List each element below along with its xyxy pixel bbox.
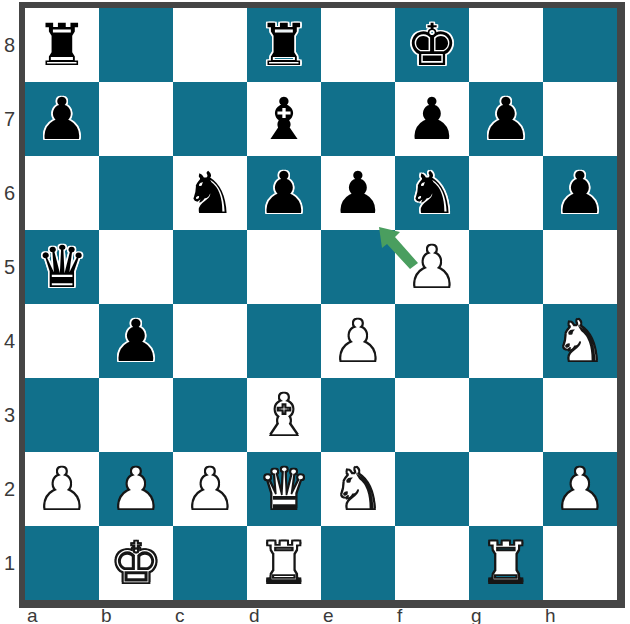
rank-label-4: 4 — [0, 304, 19, 378]
square-c4[interactable] — [173, 304, 247, 378]
piece-black-knight: ♞ — [406, 164, 458, 222]
square-a8[interactable]: ♜ — [25, 8, 99, 82]
file-label-h: h — [543, 608, 617, 624]
square-c2[interactable]: ♟ — [173, 452, 247, 526]
piece-black-queen: ♛ — [36, 238, 88, 296]
square-e1[interactable] — [321, 526, 395, 600]
file-label-b: b — [99, 608, 173, 624]
piece-black-pawn: ♟ — [406, 90, 458, 148]
square-f3[interactable] — [395, 378, 469, 452]
piece-white-bishop: ♝ — [258, 386, 310, 444]
square-g8[interactable] — [469, 8, 543, 82]
file-label-d: d — [247, 608, 321, 624]
board-row: 87654321 ♜♜♚♟♝♟♟♞♟♟♞♟♛♟♟♟♞♝♟♟♟♛♞♟♚♜♜ — [0, 2, 630, 608]
square-a3[interactable] — [25, 378, 99, 452]
piece-black-king: ♚ — [406, 16, 458, 74]
square-d8[interactable]: ♜ — [247, 8, 321, 82]
square-b1[interactable]: ♚ — [99, 526, 173, 600]
square-d6[interactable]: ♟ — [247, 156, 321, 230]
rank-label-1: 1 — [0, 526, 19, 600]
square-g7[interactable]: ♟ — [469, 82, 543, 156]
piece-black-rook: ♜ — [36, 16, 88, 74]
piece-black-pawn: ♟ — [110, 312, 162, 370]
square-c8[interactable] — [173, 8, 247, 82]
square-d5[interactable] — [247, 230, 321, 304]
square-a6[interactable] — [25, 156, 99, 230]
piece-white-rook: ♜ — [480, 534, 532, 592]
file-label-g: g — [469, 608, 543, 624]
piece-black-pawn: ♟ — [332, 164, 384, 222]
square-g3[interactable] — [469, 378, 543, 452]
piece-white-king: ♚ — [110, 534, 162, 592]
piece-white-pawn: ♟ — [406, 238, 458, 296]
piece-white-queen: ♛ — [258, 460, 310, 518]
piece-white-pawn: ♟ — [184, 460, 236, 518]
square-d7[interactable]: ♝ — [247, 82, 321, 156]
square-e3[interactable] — [321, 378, 395, 452]
board-grid: ♜♜♚♟♝♟♟♞♟♟♞♟♛♟♟♟♞♝♟♟♟♛♞♟♚♜♜ — [25, 8, 617, 600]
square-f6[interactable]: ♞ — [395, 156, 469, 230]
square-h8[interactable] — [543, 8, 617, 82]
rank-label-6: 6 — [0, 156, 19, 230]
square-f5[interactable]: ♟ — [395, 230, 469, 304]
piece-black-bishop: ♝ — [258, 90, 310, 148]
square-g4[interactable] — [469, 304, 543, 378]
square-e8[interactable] — [321, 8, 395, 82]
square-b5[interactable] — [99, 230, 173, 304]
square-c1[interactable] — [173, 526, 247, 600]
square-f7[interactable]: ♟ — [395, 82, 469, 156]
file-labels: abcdefgh — [25, 608, 630, 624]
square-b7[interactable] — [99, 82, 173, 156]
file-label-e: e — [321, 608, 395, 624]
piece-white-pawn: ♟ — [332, 312, 384, 370]
piece-white-pawn: ♟ — [554, 460, 606, 518]
square-a2[interactable]: ♟ — [25, 452, 99, 526]
square-g2[interactable] — [469, 452, 543, 526]
square-c5[interactable] — [173, 230, 247, 304]
square-h1[interactable] — [543, 526, 617, 600]
piece-white-knight: ♞ — [554, 312, 606, 370]
piece-white-rook: ♜ — [258, 534, 310, 592]
square-e5[interactable] — [321, 230, 395, 304]
rank-label-8: 8 — [0, 8, 19, 82]
rank-label-5: 5 — [0, 230, 19, 304]
square-g6[interactable] — [469, 156, 543, 230]
square-h6[interactable]: ♟ — [543, 156, 617, 230]
square-h4[interactable]: ♞ — [543, 304, 617, 378]
square-d4[interactable] — [247, 304, 321, 378]
piece-black-pawn: ♟ — [480, 90, 532, 148]
square-g5[interactable] — [469, 230, 543, 304]
square-a7[interactable]: ♟ — [25, 82, 99, 156]
square-e6[interactable]: ♟ — [321, 156, 395, 230]
square-h7[interactable] — [543, 82, 617, 156]
square-d2[interactable]: ♛ — [247, 452, 321, 526]
square-h5[interactable] — [543, 230, 617, 304]
square-b3[interactable] — [99, 378, 173, 452]
file-label-a: a — [25, 608, 99, 624]
square-f8[interactable]: ♚ — [395, 8, 469, 82]
square-f1[interactable] — [395, 526, 469, 600]
square-b8[interactable] — [99, 8, 173, 82]
rank-label-3: 3 — [0, 378, 19, 452]
square-a1[interactable] — [25, 526, 99, 600]
square-a5[interactable]: ♛ — [25, 230, 99, 304]
square-f4[interactable] — [395, 304, 469, 378]
piece-black-rook: ♜ — [258, 16, 310, 74]
piece-black-pawn: ♟ — [554, 164, 606, 222]
rank-label-7: 7 — [0, 82, 19, 156]
piece-black-pawn: ♟ — [258, 164, 310, 222]
square-d1[interactable]: ♜ — [247, 526, 321, 600]
square-e2[interactable]: ♞ — [321, 452, 395, 526]
piece-white-knight: ♞ — [332, 460, 384, 518]
file-label-f: f — [395, 608, 469, 624]
rank-labels: 87654321 — [0, 2, 19, 600]
square-f2[interactable] — [395, 452, 469, 526]
piece-white-pawn: ♟ — [110, 460, 162, 518]
square-b6[interactable] — [99, 156, 173, 230]
piece-white-pawn: ♟ — [36, 460, 88, 518]
chess-board-page: 87654321 ♜♜♚♟♝♟♟♞♟♟♞♟♛♟♟♟♞♝♟♟♟♛♞♟♚♜♜ abc… — [0, 0, 630, 624]
square-g1[interactable]: ♜ — [469, 526, 543, 600]
square-h2[interactable]: ♟ — [543, 452, 617, 526]
square-h3[interactable] — [543, 378, 617, 452]
square-e4[interactable]: ♟ — [321, 304, 395, 378]
square-e7[interactable] — [321, 82, 395, 156]
piece-black-pawn: ♟ — [36, 90, 88, 148]
piece-black-knight: ♞ — [184, 164, 236, 222]
square-c6[interactable]: ♞ — [173, 156, 247, 230]
square-d3[interactable]: ♝ — [247, 378, 321, 452]
square-b4[interactable]: ♟ — [99, 304, 173, 378]
square-a4[interactable] — [25, 304, 99, 378]
rank-label-2: 2 — [0, 452, 19, 526]
square-c7[interactable] — [173, 82, 247, 156]
board-frame: ♜♜♚♟♝♟♟♞♟♟♞♟♛♟♟♟♞♝♟♟♟♛♞♟♚♜♜ — [19, 2, 625, 608]
square-b2[interactable]: ♟ — [99, 452, 173, 526]
file-label-c: c — [173, 608, 247, 624]
square-c3[interactable] — [173, 378, 247, 452]
